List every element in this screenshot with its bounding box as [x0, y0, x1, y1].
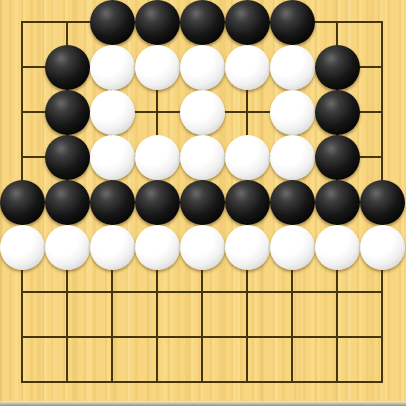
- intersection-E8: [180, 45, 225, 90]
- empty-intersection-G3[interactable]: [270, 270, 315, 315]
- white-stone-E4: [180, 225, 225, 270]
- black-stone-C9: [90, 0, 135, 45]
- black-stone-H7: [315, 90, 360, 135]
- intersection-D4: [135, 225, 180, 270]
- empty-intersection-H1[interactable]: [315, 360, 360, 405]
- black-stone-F9: [225, 0, 270, 45]
- intersection-G6: [270, 135, 315, 180]
- empty-intersection-F1[interactable]: [225, 360, 270, 405]
- white-stone-J4: [360, 225, 405, 270]
- empty-intersection-H2[interactable]: [315, 315, 360, 360]
- empty-intersection-B3[interactable]: [45, 270, 90, 315]
- empty-intersection-A9[interactable]: [0, 0, 45, 45]
- intersection-C8: [90, 45, 135, 90]
- black-stone-J5: [360, 180, 405, 225]
- empty-intersection-E2[interactable]: [180, 315, 225, 360]
- white-stone-G8: [270, 45, 315, 90]
- empty-intersection-E3[interactable]: [180, 270, 225, 315]
- white-stone-G7: [270, 90, 315, 135]
- intersection-E4: [180, 225, 225, 270]
- empty-intersection-G2[interactable]: [270, 315, 315, 360]
- black-stone-H6: [315, 135, 360, 180]
- white-stone-D8: [135, 45, 180, 90]
- intersection-H6: [315, 135, 360, 180]
- empty-intersection-J8[interactable]: [360, 45, 405, 90]
- black-stone-B6: [45, 135, 90, 180]
- intersection-D8: [135, 45, 180, 90]
- intersection-H5: [315, 180, 360, 225]
- intersection-F8: [225, 45, 270, 90]
- black-stone-B7: [45, 90, 90, 135]
- white-stone-D6: [135, 135, 180, 180]
- intersection-G9: [270, 0, 315, 45]
- intersection-B5: [45, 180, 90, 225]
- intersection-F9: [225, 0, 270, 45]
- black-stone-C5: [90, 180, 135, 225]
- intersection-A4: [0, 225, 45, 270]
- black-stone-E9: [180, 0, 225, 45]
- empty-intersection-J1[interactable]: [360, 360, 405, 405]
- white-stone-G6: [270, 135, 315, 180]
- empty-intersection-D7[interactable]: [135, 90, 180, 135]
- intersection-B7: [45, 90, 90, 135]
- intersection-C7: [90, 90, 135, 135]
- empty-intersection-H3[interactable]: [315, 270, 360, 315]
- intersection-C5: [90, 180, 135, 225]
- empty-intersection-F3[interactable]: [225, 270, 270, 315]
- intersection-D5: [135, 180, 180, 225]
- intersection-B8: [45, 45, 90, 90]
- empty-intersection-H9[interactable]: [315, 0, 360, 45]
- empty-intersection-G1[interactable]: [270, 360, 315, 405]
- intersection-B6: [45, 135, 90, 180]
- empty-intersection-B9[interactable]: [45, 0, 90, 45]
- white-stone-C4: [90, 225, 135, 270]
- black-stone-G9: [270, 0, 315, 45]
- white-stone-F6: [225, 135, 270, 180]
- black-stone-A5: [0, 180, 45, 225]
- black-stone-F5: [225, 180, 270, 225]
- empty-intersection-J2[interactable]: [360, 315, 405, 360]
- empty-intersection-D3[interactable]: [135, 270, 180, 315]
- intersection-C6: [90, 135, 135, 180]
- intersection-J5: [360, 180, 405, 225]
- intersection-D6: [135, 135, 180, 180]
- intersection-B4: [45, 225, 90, 270]
- white-stone-E7: [180, 90, 225, 135]
- black-stone-E5: [180, 180, 225, 225]
- black-stone-G5: [270, 180, 315, 225]
- intersection-H8: [315, 45, 360, 90]
- empty-intersection-D1[interactable]: [135, 360, 180, 405]
- empty-intersection-C2[interactable]: [90, 315, 135, 360]
- intersection-E5: [180, 180, 225, 225]
- white-stone-E6: [180, 135, 225, 180]
- intersection-F4: [225, 225, 270, 270]
- white-stone-E8: [180, 45, 225, 90]
- black-stone-D9: [135, 0, 180, 45]
- intersection-G8: [270, 45, 315, 90]
- intersection-E7: [180, 90, 225, 135]
- intersections: [0, 0, 405, 405]
- intersection-E6: [180, 135, 225, 180]
- empty-intersection-J7[interactable]: [360, 90, 405, 135]
- empty-intersection-A7[interactable]: [0, 90, 45, 135]
- empty-intersection-A8[interactable]: [0, 45, 45, 90]
- intersection-D9: [135, 0, 180, 45]
- intersection-F6: [225, 135, 270, 180]
- white-stone-F4: [225, 225, 270, 270]
- empty-intersection-D2[interactable]: [135, 315, 180, 360]
- empty-intersection-E1[interactable]: [180, 360, 225, 405]
- empty-intersection-C1[interactable]: [90, 360, 135, 405]
- white-stone-C6: [90, 135, 135, 180]
- empty-intersection-F7[interactable]: [225, 90, 270, 135]
- empty-intersection-A6[interactable]: [0, 135, 45, 180]
- board-bottom-edge: [0, 401, 406, 406]
- go-app: [0, 0, 406, 406]
- go-board: [0, 0, 406, 406]
- empty-intersection-A2[interactable]: [0, 315, 45, 360]
- empty-intersection-A1[interactable]: [0, 360, 45, 405]
- intersection-H4: [315, 225, 360, 270]
- intersection-C9: [90, 0, 135, 45]
- empty-intersection-J9[interactable]: [360, 0, 405, 45]
- intersection-F5: [225, 180, 270, 225]
- intersection-H7: [315, 90, 360, 135]
- white-stone-C7: [90, 90, 135, 135]
- empty-intersection-J6[interactable]: [360, 135, 405, 180]
- empty-intersection-F2[interactable]: [225, 315, 270, 360]
- intersection-G4: [270, 225, 315, 270]
- empty-intersection-B1[interactable]: [45, 360, 90, 405]
- black-stone-H8: [315, 45, 360, 90]
- black-stone-B5: [45, 180, 90, 225]
- intersection-E9: [180, 0, 225, 45]
- white-stone-C8: [90, 45, 135, 90]
- white-stone-H4: [315, 225, 360, 270]
- white-stone-G4: [270, 225, 315, 270]
- intersection-J4: [360, 225, 405, 270]
- intersection-C4: [90, 225, 135, 270]
- black-stone-D5: [135, 180, 180, 225]
- intersection-G5: [270, 180, 315, 225]
- white-stone-D4: [135, 225, 180, 270]
- intersection-G7: [270, 90, 315, 135]
- white-stone-F8: [225, 45, 270, 90]
- empty-intersection-B2[interactable]: [45, 315, 90, 360]
- white-stone-A4: [0, 225, 45, 270]
- black-stone-B8: [45, 45, 90, 90]
- white-stone-B4: [45, 225, 90, 270]
- empty-intersection-J3[interactable]: [360, 270, 405, 315]
- intersection-A5: [0, 180, 45, 225]
- empty-intersection-C3[interactable]: [90, 270, 135, 315]
- black-stone-H5: [315, 180, 360, 225]
- empty-intersection-A3[interactable]: [0, 270, 45, 315]
